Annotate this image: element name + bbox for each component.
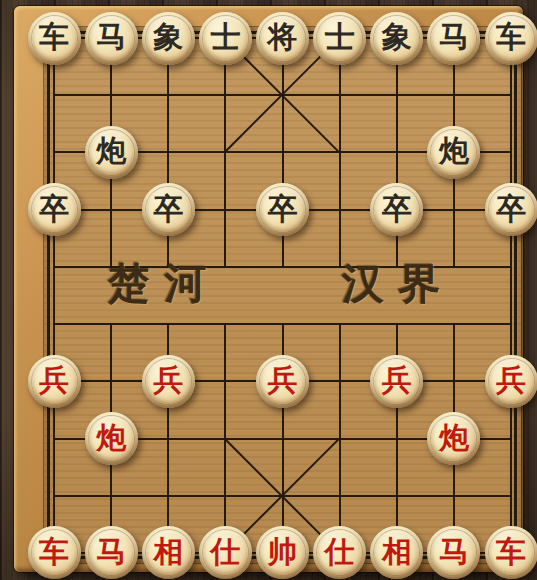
piece-glyph: 象 bbox=[153, 22, 183, 52]
piece-glyph: 炮 bbox=[439, 423, 469, 453]
piece-glyph: 帅 bbox=[268, 537, 298, 567]
piece-black-horse[interactable]: 马 bbox=[427, 12, 480, 65]
board-frame: 楚 河 汉 界 车马象士将士象马车炮炮卒卒卒卒卒兵兵兵兵兵炮炮车马相仕帅仕相马车 bbox=[14, 6, 523, 572]
piece-black-soldier[interactable]: 卒 bbox=[28, 183, 81, 236]
piece-glyph: 卒 bbox=[496, 194, 526, 224]
piece-glyph: 兵 bbox=[496, 365, 526, 395]
piece-red-elephant[interactable]: 相 bbox=[142, 526, 195, 579]
piece-glyph: 兵 bbox=[268, 365, 298, 395]
piece-glyph: 将 bbox=[268, 22, 298, 52]
piece-red-cannon[interactable]: 炮 bbox=[427, 412, 480, 465]
piece-black-soldier[interactable]: 卒 bbox=[256, 183, 309, 236]
piece-black-chariot[interactable]: 车 bbox=[485, 12, 537, 65]
piece-glyph: 卒 bbox=[382, 194, 412, 224]
piece-black-elephant[interactable]: 象 bbox=[370, 12, 423, 65]
piece-glyph: 士 bbox=[325, 22, 355, 52]
piece-black-cannon[interactable]: 炮 bbox=[427, 126, 480, 179]
piece-glyph: 士 bbox=[210, 22, 240, 52]
piece-black-advisor[interactable]: 士 bbox=[313, 12, 366, 65]
piece-red-general[interactable]: 帅 bbox=[256, 526, 309, 579]
xiangqi-app: 楚 河 汉 界 车马象士将士象马车炮炮卒卒卒卒卒兵兵兵兵兵炮炮车马相仕帅仕相马车 bbox=[0, 0, 537, 580]
piece-glyph: 车 bbox=[496, 22, 526, 52]
piece-glyph: 相 bbox=[382, 537, 412, 567]
piece-black-chariot[interactable]: 车 bbox=[28, 12, 81, 65]
piece-red-soldier[interactable]: 兵 bbox=[485, 355, 537, 408]
piece-glyph: 仕 bbox=[210, 537, 240, 567]
piece-glyph: 车 bbox=[39, 22, 69, 52]
piece-red-chariot[interactable]: 车 bbox=[485, 526, 537, 579]
piece-glyph: 炮 bbox=[439, 136, 469, 166]
piece-glyph: 兵 bbox=[153, 365, 183, 395]
piece-red-horse[interactable]: 马 bbox=[427, 526, 480, 579]
piece-black-cannon[interactable]: 炮 bbox=[85, 126, 138, 179]
piece-red-chariot[interactable]: 车 bbox=[28, 526, 81, 579]
piece-red-horse[interactable]: 马 bbox=[85, 526, 138, 579]
pieces-layer: 车马象士将士象马车炮炮卒卒卒卒卒兵兵兵兵兵炮炮车马相仕帅仕相马车 bbox=[54, 38, 511, 553]
piece-red-cannon[interactable]: 炮 bbox=[85, 412, 138, 465]
piece-red-advisor[interactable]: 仕 bbox=[199, 526, 252, 579]
piece-red-elephant[interactable]: 相 bbox=[370, 526, 423, 579]
piece-glyph: 车 bbox=[496, 537, 526, 567]
piece-glyph: 车 bbox=[39, 537, 69, 567]
piece-glyph: 相 bbox=[153, 537, 183, 567]
piece-glyph: 卒 bbox=[153, 194, 183, 224]
piece-black-general[interactable]: 将 bbox=[256, 12, 309, 65]
piece-black-elephant[interactable]: 象 bbox=[142, 12, 195, 65]
piece-black-soldier[interactable]: 卒 bbox=[370, 183, 423, 236]
piece-glyph: 马 bbox=[439, 22, 469, 52]
piece-glyph: 马 bbox=[96, 537, 126, 567]
piece-glyph: 炮 bbox=[96, 136, 126, 166]
piece-black-soldier[interactable]: 卒 bbox=[485, 183, 537, 236]
piece-red-soldier[interactable]: 兵 bbox=[142, 355, 195, 408]
piece-glyph: 卒 bbox=[268, 194, 298, 224]
piece-red-soldier[interactable]: 兵 bbox=[370, 355, 423, 408]
piece-glyph: 马 bbox=[439, 537, 469, 567]
piece-glyph: 兵 bbox=[382, 365, 412, 395]
piece-glyph: 炮 bbox=[96, 423, 126, 453]
piece-black-soldier[interactable]: 卒 bbox=[142, 183, 195, 236]
board-surface[interactable]: 楚 河 汉 界 车马象士将士象马车炮炮卒卒卒卒卒兵兵兵兵兵炮炮车马相仕帅仕相马车 bbox=[44, 27, 521, 563]
piece-red-advisor[interactable]: 仕 bbox=[313, 526, 366, 579]
piece-glyph: 仕 bbox=[325, 537, 355, 567]
piece-black-advisor[interactable]: 士 bbox=[199, 12, 252, 65]
piece-glyph: 象 bbox=[382, 22, 412, 52]
piece-red-soldier[interactable]: 兵 bbox=[256, 355, 309, 408]
piece-glyph: 卒 bbox=[39, 194, 69, 224]
piece-black-horse[interactable]: 马 bbox=[85, 12, 138, 65]
piece-red-soldier[interactable]: 兵 bbox=[28, 355, 81, 408]
piece-glyph: 马 bbox=[96, 22, 126, 52]
piece-glyph: 兵 bbox=[39, 365, 69, 395]
